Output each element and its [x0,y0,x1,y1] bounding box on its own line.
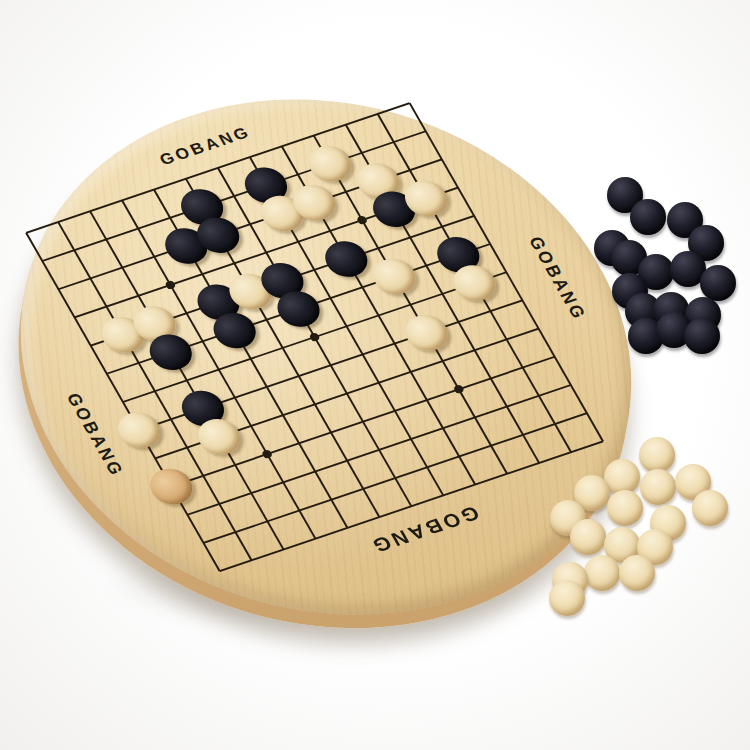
white-pile-stone [692,490,728,526]
black-pile-stone [630,199,666,235]
board-label-left: GOBANG [62,391,129,480]
white-pile-stone [584,555,620,591]
board-label-right: GOBANG [524,234,591,323]
white-pile-stone [570,519,606,555]
star-point [308,332,321,342]
star-point [356,215,369,225]
white-pile-stone [549,580,585,616]
star-point [164,280,177,290]
white-pile-stone [640,469,676,505]
white-pile-stone [639,437,675,473]
black-pile-stone [684,318,720,354]
white-pile-stone [619,555,655,591]
black-pile-stone [700,265,736,301]
white-pile-stone [607,490,643,526]
star-point [452,384,465,394]
star-point [261,449,274,459]
